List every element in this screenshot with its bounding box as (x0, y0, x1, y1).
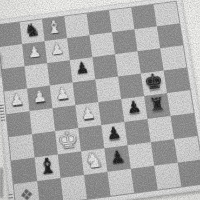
board-square: ♞ (20, 19, 45, 44)
board-square: ♚ (55, 128, 81, 154)
board-square (47, 60, 72, 85)
board-square: ♝ (35, 154, 61, 181)
chess-board-grid: ♞♝♟♟♟♟♟♟♚♟♟♜♚♟♝♞♟❖ (0, 1, 200, 200)
board-square (154, 2, 180, 27)
board-square (98, 99, 124, 125)
board-square (87, 11, 112, 36)
board-square (131, 166, 158, 193)
board-square (171, 113, 198, 139)
white-pawn: ♟ (27, 44, 42, 60)
board-square (134, 26, 160, 51)
board-square (164, 68, 190, 94)
board-square (109, 8, 134, 33)
black-pawn: ♟ (74, 60, 90, 77)
board-square (2, 66, 27, 91)
black-pawn: ♟ (109, 147, 127, 166)
photo-scene: ♞♝♟♟♟♟♟♟♚♟♟♜♚♟♝♞♟❖ (0, 0, 200, 200)
black-knight: ♞ (23, 20, 41, 40)
board-square (0, 22, 22, 47)
board-square: ♟ (22, 41, 47, 66)
white-king: ♚ (56, 126, 79, 151)
board-square: ♝ (42, 16, 67, 41)
board-square (131, 5, 157, 30)
white-pawn: ♟ (54, 85, 70, 103)
white-pawn: ♟ (32, 88, 48, 106)
board-square (124, 119, 150, 145)
white-bishop: ♝ (45, 17, 63, 37)
board-square (89, 32, 114, 57)
board-square (154, 163, 181, 190)
board-square: ♞ (81, 148, 107, 175)
board-rotation-wrapper: ♞♝♟♟♟♟♟♟♚♟♟♜♚♟♝♞♟❖ (0, 0, 200, 200)
board-perspective-wrapper: ♞♝♟♟♟♟♟♟♚♟♟♜♚♟♝♞♟❖ (0, 0, 200, 200)
board-square (67, 35, 92, 60)
black-bishop: ♝ (37, 154, 58, 178)
board-square (58, 151, 84, 178)
board-square (64, 14, 89, 39)
board-square (37, 178, 63, 200)
black-rook: ♜ (148, 94, 167, 114)
board-square: ♟ (4, 89, 29, 115)
chessboard-photo: ♞♝♟♟♟♟♟♟♚♟♟♜♚♟♝♞♟❖ (0, 0, 200, 200)
white-pawn: ♟ (49, 41, 64, 57)
board-square (107, 169, 134, 196)
board-square (9, 134, 35, 160)
black-pawn: ♟ (126, 98, 143, 116)
board-square (7, 111, 32, 137)
board-square (95, 77, 121, 103)
board-square: ♟ (45, 38, 70, 63)
black-pawn: ♟ (106, 124, 123, 143)
board-square (147, 116, 174, 142)
board-square (112, 29, 138, 54)
board-square (0, 44, 25, 69)
board-square: ❖ (14, 181, 40, 200)
board-square (25, 63, 50, 88)
board-square (157, 23, 183, 48)
board-square (61, 175, 87, 200)
chess-board: ♞♝♟♟♟♟♟♟♚♟♟♜♚♟♝♞♟❖ (0, 0, 200, 200)
board-square (160, 45, 186, 70)
white-pawn: ♟ (80, 104, 97, 122)
board-square: ♟ (75, 102, 101, 128)
white-knight: ♞ (83, 148, 105, 172)
board-square: ♟ (121, 96, 147, 122)
board-square (29, 108, 55, 134)
board-square (167, 90, 194, 116)
board-square (178, 160, 200, 187)
board-square: ♟ (27, 86, 52, 112)
board-square: ♟ (50, 83, 76, 109)
board-square (174, 136, 200, 163)
board-square: ♟ (101, 122, 127, 148)
photo-edge-smudge (0, 55, 2, 77)
board-square (84, 172, 111, 199)
board-square: ♜ (144, 93, 170, 119)
board-square (115, 51, 141, 76)
board-square: ♟ (70, 57, 96, 82)
white-pawn: ♟ (9, 91, 25, 109)
board-square: ♟ (104, 145, 131, 172)
board-square (92, 54, 118, 79)
board-square (151, 139, 178, 166)
black-king: ♚ (142, 69, 164, 93)
board-square (11, 157, 37, 184)
diamond-ornament-icon: ❖ (19, 184, 35, 200)
photo-edge-smudge (0, 168, 3, 198)
board-square (128, 142, 155, 169)
